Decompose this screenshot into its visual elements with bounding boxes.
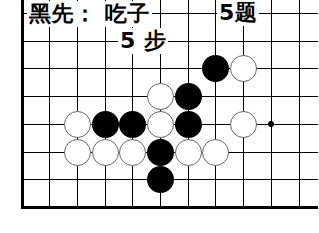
white-stone bbox=[147, 111, 174, 138]
white-stone bbox=[202, 139, 229, 166]
white-stone bbox=[230, 55, 257, 82]
board-bottom-edge-line bbox=[21, 206, 319, 209]
white-stone bbox=[64, 111, 91, 138]
grid-line-horizontal bbox=[21, 41, 319, 42]
grid-line-vertical bbox=[215, 0, 216, 209]
white-stone bbox=[64, 139, 91, 166]
grid-line-horizontal bbox=[21, 68, 319, 69]
grid-line-vertical bbox=[49, 0, 50, 209]
white-stone bbox=[230, 111, 257, 138]
white-stone bbox=[92, 139, 119, 166]
go-problem-diagram: 黑先： 吃子 5题 5 步 bbox=[0, 0, 318, 233]
board-left-edge-line bbox=[21, 0, 24, 209]
grid-line-vertical bbox=[271, 0, 272, 209]
white-stone bbox=[175, 139, 202, 166]
black-stone bbox=[175, 83, 202, 110]
star-point bbox=[268, 121, 274, 127]
black-stone bbox=[202, 55, 229, 82]
problem-number: 5题 bbox=[217, 0, 259, 26]
black-stone bbox=[92, 111, 119, 138]
grid-line-vertical bbox=[77, 0, 78, 209]
black-stone bbox=[147, 166, 174, 193]
problem-title: 黑先： 吃子 bbox=[27, 1, 152, 27]
grid-line-vertical bbox=[105, 0, 106, 209]
white-stone bbox=[147, 83, 174, 110]
grid-line-vertical bbox=[243, 0, 244, 209]
black-stone bbox=[119, 111, 146, 138]
grid-line-vertical bbox=[299, 0, 300, 209]
black-stone bbox=[175, 111, 202, 138]
white-stone bbox=[119, 139, 146, 166]
steps-label: 5 步 bbox=[118, 28, 168, 54]
black-stone bbox=[147, 139, 174, 166]
